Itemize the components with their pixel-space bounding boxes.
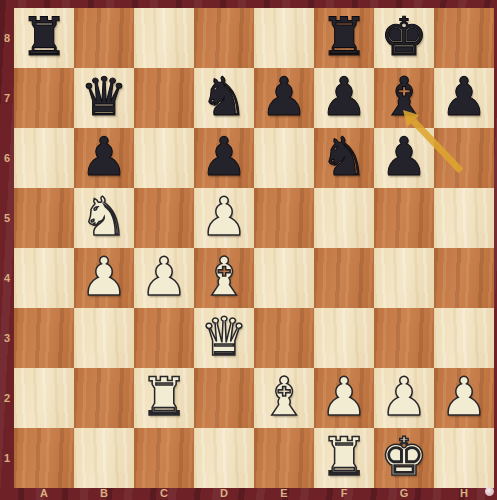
square-f2[interactable]: ♟ <box>314 368 374 428</box>
square-b4[interactable]: ♟ <box>74 248 134 308</box>
square-c5[interactable] <box>134 188 194 248</box>
square-e4[interactable] <box>254 248 314 308</box>
square-c1[interactable] <box>134 428 194 488</box>
square-e5[interactable] <box>254 188 314 248</box>
square-h5[interactable] <box>434 188 494 248</box>
square-g2[interactable]: ♟ <box>374 368 434 428</box>
black-knight-f6[interactable]: ♞ <box>314 128 374 188</box>
square-c4[interactable]: ♟ <box>134 248 194 308</box>
square-b2[interactable] <box>74 368 134 428</box>
square-c7[interactable] <box>134 68 194 128</box>
square-h2[interactable]: ♟ <box>434 368 494 428</box>
chess-board-frame: ♜♜♚♛♞♟♟♝♟♟♟♞♟♞♟♟♟♝♛♜♝♟♟♟♜♚ 87654321ABCDE… <box>0 0 497 500</box>
square-g8[interactable]: ♚ <box>374 8 434 68</box>
square-a7[interactable] <box>14 68 74 128</box>
black-pawn-b6[interactable]: ♟ <box>74 128 134 188</box>
square-c2[interactable]: ♜ <box>134 368 194 428</box>
square-a8[interactable]: ♜ <box>14 8 74 68</box>
square-b6[interactable]: ♟ <box>74 128 134 188</box>
square-d8[interactable] <box>194 8 254 68</box>
square-a4[interactable] <box>14 248 74 308</box>
black-bishop-g7[interactable]: ♝ <box>374 68 434 128</box>
rank-label-3: 3 <box>0 308 14 368</box>
square-h7[interactable]: ♟ <box>434 68 494 128</box>
white-pawn-f2[interactable]: ♟ <box>314 368 374 428</box>
chess-board: ♜♜♚♛♞♟♟♝♟♟♟♞♟♞♟♟♟♝♛♜♝♟♟♟♜♚ <box>14 8 494 488</box>
white-knight-b5[interactable]: ♞ <box>74 188 134 248</box>
white-rook-f1[interactable]: ♜ <box>314 428 374 488</box>
square-d3[interactable]: ♛ <box>194 308 254 368</box>
square-a2[interactable] <box>14 368 74 428</box>
square-h3[interactable] <box>434 308 494 368</box>
square-b5[interactable]: ♞ <box>74 188 134 248</box>
rank-label-8: 8 <box>0 8 14 68</box>
square-d7[interactable]: ♞ <box>194 68 254 128</box>
square-b7[interactable]: ♛ <box>74 68 134 128</box>
square-g1[interactable]: ♚ <box>374 428 434 488</box>
square-f7[interactable]: ♟ <box>314 68 374 128</box>
white-bishop-e2[interactable]: ♝ <box>254 368 314 428</box>
square-e8[interactable] <box>254 8 314 68</box>
square-d2[interactable] <box>194 368 254 428</box>
square-e6[interactable] <box>254 128 314 188</box>
white-bishop-d4[interactable]: ♝ <box>194 248 254 308</box>
rank-label-2: 2 <box>0 368 14 428</box>
square-b3[interactable] <box>74 308 134 368</box>
rank-label-6: 6 <box>0 128 14 188</box>
file-label-a: A <box>14 487 74 500</box>
square-d4[interactable]: ♝ <box>194 248 254 308</box>
black-pawn-d6[interactable]: ♟ <box>194 128 254 188</box>
square-f4[interactable] <box>314 248 374 308</box>
square-g5[interactable] <box>374 188 434 248</box>
square-e7[interactable]: ♟ <box>254 68 314 128</box>
white-pawn-c4[interactable]: ♟ <box>134 248 194 308</box>
square-c6[interactable] <box>134 128 194 188</box>
square-c3[interactable] <box>134 308 194 368</box>
square-h6[interactable] <box>434 128 494 188</box>
square-h1[interactable] <box>434 428 494 488</box>
black-rook-f8[interactable]: ♜ <box>314 8 374 68</box>
square-a5[interactable] <box>14 188 74 248</box>
white-king-g1[interactable]: ♚ <box>374 428 434 488</box>
rank-label-4: 4 <box>0 248 14 308</box>
file-label-d: D <box>194 487 254 500</box>
square-d5[interactable]: ♟ <box>194 188 254 248</box>
black-pawn-g6[interactable]: ♟ <box>374 128 434 188</box>
square-f5[interactable] <box>314 188 374 248</box>
white-pawn-b4[interactable]: ♟ <box>74 248 134 308</box>
square-g3[interactable] <box>374 308 434 368</box>
white-pawn-g2[interactable]: ♟ <box>374 368 434 428</box>
file-label-g: G <box>374 487 434 500</box>
square-g6[interactable]: ♟ <box>374 128 434 188</box>
black-pawn-f7[interactable]: ♟ <box>314 68 374 128</box>
square-e1[interactable] <box>254 428 314 488</box>
rank-label-1: 1 <box>0 428 14 488</box>
white-pawn-d5[interactable]: ♟ <box>194 188 254 248</box>
file-label-b: B <box>74 487 134 500</box>
square-f1[interactable]: ♜ <box>314 428 374 488</box>
black-pawn-e7[interactable]: ♟ <box>254 68 314 128</box>
rank-label-7: 7 <box>0 68 14 128</box>
black-king-g8[interactable]: ♚ <box>374 8 434 68</box>
black-queen-b7[interactable]: ♛ <box>74 68 134 128</box>
corner-dot-icon <box>485 487 494 496</box>
white-pawn-h2[interactable]: ♟ <box>434 368 494 428</box>
square-f3[interactable] <box>314 308 374 368</box>
square-e3[interactable] <box>254 308 314 368</box>
square-c8[interactable] <box>134 8 194 68</box>
square-b8[interactable] <box>74 8 134 68</box>
file-label-c: C <box>134 487 194 500</box>
square-d6[interactable]: ♟ <box>194 128 254 188</box>
rank-label-5: 5 <box>0 188 14 248</box>
black-rook-a8[interactable]: ♜ <box>14 8 74 68</box>
file-label-e: E <box>254 487 314 500</box>
square-f8[interactable]: ♜ <box>314 8 374 68</box>
white-queen-d3[interactable]: ♛ <box>194 308 254 368</box>
square-a1[interactable] <box>14 428 74 488</box>
square-d1[interactable] <box>194 428 254 488</box>
square-h4[interactable] <box>434 248 494 308</box>
square-g7[interactable]: ♝ <box>374 68 434 128</box>
square-g4[interactable] <box>374 248 434 308</box>
white-rook-c2[interactable]: ♜ <box>134 368 194 428</box>
square-b1[interactable] <box>74 428 134 488</box>
square-a3[interactable] <box>14 308 74 368</box>
square-h8[interactable] <box>434 8 494 68</box>
file-label-f: F <box>314 487 374 500</box>
black-knight-d7[interactable]: ♞ <box>194 68 254 128</box>
square-e2[interactable]: ♝ <box>254 368 314 428</box>
black-pawn-h7[interactable]: ♟ <box>434 68 494 128</box>
square-a6[interactable] <box>14 128 74 188</box>
square-f6[interactable]: ♞ <box>314 128 374 188</box>
